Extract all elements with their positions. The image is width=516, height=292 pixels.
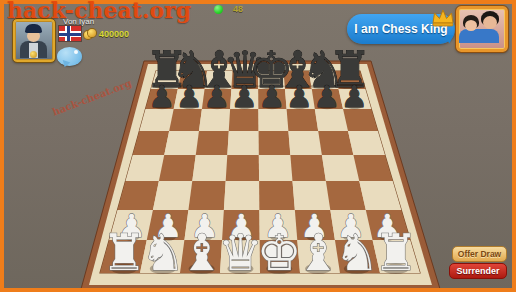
square-c4[interactable] [192, 155, 227, 181]
crown-icon [430, 8, 456, 28]
square-f3[interactable] [292, 181, 330, 210]
square-f4[interactable] [290, 155, 326, 181]
square-b5[interactable] [164, 131, 199, 155]
avatar-cap [25, 24, 42, 33]
black-pawn[interactable]: ♟ [314, 79, 341, 114]
square-b3[interactable] [153, 181, 192, 210]
player-name: Von Iyan [63, 17, 94, 26]
move-timer: 48 [233, 4, 243, 14]
opponent-avatar-face [465, 20, 477, 31]
square-e4[interactable] [259, 155, 293, 181]
player-avatar[interactable] [13, 19, 55, 62]
square-g4[interactable] [322, 155, 359, 181]
black-pawn[interactable]: ♟ [176, 79, 203, 114]
offer-draw-button[interactable]: Offer Draw [452, 246, 507, 262]
square-g3[interactable] [326, 181, 366, 210]
black-pawn[interactable]: ♟ [204, 79, 231, 114]
coin-balance: 400000 [99, 29, 129, 39]
opponent-avatar-body [459, 29, 499, 43]
square-g5[interactable] [318, 131, 353, 155]
white-rook[interactable]: ♜ [373, 224, 418, 282]
opponent-avatar[interactable] [456, 6, 508, 52]
black-pawn[interactable]: ♟ [259, 79, 286, 114]
coins-icon [84, 29, 96, 40]
avatar-medal [30, 51, 37, 58]
square-c5[interactable] [196, 131, 229, 155]
norway-flag-icon [59, 26, 81, 41]
square-f5[interactable] [288, 131, 321, 155]
turn-indicator-dot [214, 5, 223, 14]
square-e5[interactable] [259, 131, 291, 155]
black-pawn[interactable]: ♟ [149, 79, 176, 114]
square-d3[interactable] [224, 181, 259, 210]
surrender-button[interactable]: Surrender [449, 263, 507, 279]
chat-button[interactable] [57, 47, 82, 66]
black-pawn[interactable]: ♟ [231, 79, 258, 114]
square-d5[interactable] [227, 131, 259, 155]
black-pawn[interactable]: ♟ [341, 79, 368, 114]
square-d4[interactable] [226, 155, 259, 181]
square-e3[interactable] [259, 181, 295, 210]
game-screen: ♜♞♝♛♚♝♞♜♟♟♟♟♟♟♟♟♟♟♟♟♟♟♟♟♜♞♝♛♚♝♞♜ Von Iya… [0, 0, 516, 292]
square-b4[interactable] [159, 155, 196, 181]
bubble-shine [74, 50, 78, 54]
black-pawn[interactable]: ♟ [286, 79, 313, 114]
square-c3[interactable] [188, 181, 225, 210]
